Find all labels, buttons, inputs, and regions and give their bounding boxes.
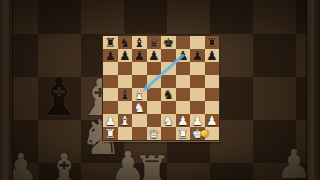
square-h6[interactable] bbox=[205, 62, 220, 75]
square-g4[interactable] bbox=[190, 88, 205, 101]
square-g5[interactable] bbox=[190, 75, 205, 88]
square-c7[interactable]: ♟ bbox=[132, 49, 147, 62]
square-e6[interactable] bbox=[161, 62, 176, 75]
piece-black-king[interactable]: ♚ bbox=[163, 36, 174, 49]
wood-grain bbox=[0, 0, 13, 180]
piece-white-bishop[interactable]: ♝ bbox=[119, 114, 130, 127]
piece-white-knight[interactable]: ♞ bbox=[163, 114, 174, 127]
square-f5[interactable] bbox=[176, 75, 191, 88]
gold-coin-badge bbox=[201, 130, 208, 137]
square-e4[interactable]: ♞ bbox=[161, 88, 176, 101]
piece-black-pawn[interactable]: ♟ bbox=[192, 49, 203, 62]
square-a7[interactable]: ♟ bbox=[103, 49, 118, 62]
square-e1[interactable] bbox=[161, 127, 176, 140]
piece-black-bishop[interactable]: ♝ bbox=[119, 88, 130, 101]
video-frame: ♝♝♞♟♝♟♜♟ ♜♞♝♛♚♜♟♟♟♟♟♟♟♝♝♞♞♟♝♞♟♟♟♜♛♜♚ bbox=[0, 0, 320, 180]
square-c2[interactable] bbox=[132, 114, 147, 127]
square-g7[interactable]: ♟ bbox=[190, 49, 205, 62]
square-b1[interactable] bbox=[118, 127, 133, 140]
piece-black-pawn[interactable]: ♟ bbox=[206, 49, 217, 62]
square-h7[interactable]: ♟ bbox=[205, 49, 220, 62]
piece-black-pawn[interactable]: ♟ bbox=[119, 49, 130, 62]
square-a5[interactable] bbox=[103, 75, 118, 88]
wood-grain bbox=[306, 0, 320, 180]
square-d7[interactable]: ♟ bbox=[147, 49, 162, 62]
piece-black-pawn[interactable]: ♟ bbox=[134, 49, 145, 62]
square-c1[interactable] bbox=[132, 127, 147, 140]
square-f1[interactable]: ♜ bbox=[176, 127, 191, 140]
square-b7[interactable]: ♟ bbox=[118, 49, 133, 62]
chess-board: ♜♞♝♛♚♜♟♟♟♟♟♟♟♝♝♞♞♟♝♞♟♟♟♜♛♜♚ bbox=[103, 36, 219, 140]
wood-plank-right bbox=[306, 0, 320, 180]
piece-white-pawn[interactable]: ♟ bbox=[206, 114, 217, 127]
square-h5[interactable] bbox=[205, 75, 220, 88]
wood-plank-left bbox=[0, 0, 13, 180]
square-d3[interactable] bbox=[147, 101, 162, 114]
square-h2[interactable]: ♟ bbox=[205, 114, 220, 127]
piece-white-knight[interactable]: ♞ bbox=[134, 101, 145, 114]
square-d6[interactable] bbox=[147, 62, 162, 75]
piece-black-knight[interactable]: ♞ bbox=[163, 88, 174, 101]
square-b6[interactable] bbox=[118, 62, 133, 75]
piece-black-pawn[interactable]: ♟ bbox=[148, 49, 159, 62]
piece-white-rook[interactable]: ♜ bbox=[177, 127, 188, 140]
piece-white-queen[interactable]: ♛ bbox=[148, 127, 159, 140]
square-h4[interactable] bbox=[205, 88, 220, 101]
square-e7[interactable] bbox=[161, 49, 176, 62]
square-e8[interactable]: ♚ bbox=[161, 36, 176, 49]
square-a6[interactable] bbox=[103, 62, 118, 75]
square-e2[interactable]: ♞ bbox=[161, 114, 176, 127]
square-b4[interactable]: ♝ bbox=[118, 88, 133, 101]
piece-black-pawn[interactable]: ♟ bbox=[177, 49, 188, 62]
piece-black-pawn[interactable]: ♟ bbox=[105, 49, 116, 62]
square-a1[interactable]: ♜ bbox=[103, 127, 118, 140]
square-d5[interactable] bbox=[147, 75, 162, 88]
square-d1[interactable]: ♛ bbox=[147, 127, 162, 140]
square-d4[interactable] bbox=[147, 88, 162, 101]
square-c6[interactable] bbox=[132, 62, 147, 75]
square-c3[interactable]: ♞ bbox=[132, 101, 147, 114]
square-f6[interactable] bbox=[176, 62, 191, 75]
square-f4[interactable] bbox=[176, 88, 191, 101]
square-f7[interactable]: ♟ bbox=[176, 49, 191, 62]
square-g6[interactable] bbox=[190, 62, 205, 75]
square-a4[interactable] bbox=[103, 88, 118, 101]
square-b2[interactable]: ♝ bbox=[118, 114, 133, 127]
piece-white-rook[interactable]: ♜ bbox=[105, 127, 116, 140]
